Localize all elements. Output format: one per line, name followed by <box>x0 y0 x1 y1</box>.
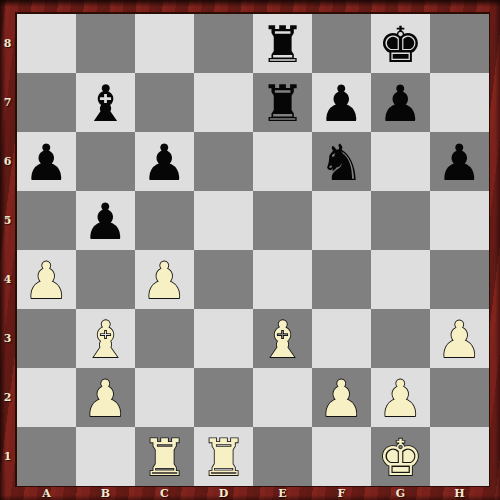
black-king-g8[interactable]: ♚ <box>378 20 423 70</box>
black-knight-f6[interactable]: ♞ <box>319 138 364 188</box>
square-g4[interactable] <box>371 250 430 309</box>
file-label-h: H <box>430 486 489 500</box>
white-bishop-b3[interactable]: ♝ <box>83 315 128 365</box>
square-g8[interactable]: ♚ <box>371 14 430 73</box>
square-b6[interactable] <box>76 132 135 191</box>
white-pawn-g2[interactable]: ♟ <box>378 374 423 424</box>
square-h6[interactable]: ♟ <box>430 132 489 191</box>
rank-label-7: 7 <box>0 73 15 132</box>
square-f1[interactable] <box>312 427 371 486</box>
square-a5[interactable] <box>17 191 76 250</box>
black-pawn-b5[interactable]: ♟ <box>83 197 128 247</box>
square-g1[interactable]: ♚ <box>371 427 430 486</box>
black-pawn-a6[interactable]: ♟ <box>24 138 69 188</box>
square-c5[interactable] <box>135 191 194 250</box>
file-label-b: B <box>76 486 135 500</box>
square-b2[interactable]: ♟ <box>76 368 135 427</box>
square-a8[interactable] <box>17 14 76 73</box>
black-bishop-b7[interactable]: ♝ <box>83 79 128 129</box>
square-c4[interactable]: ♟ <box>135 250 194 309</box>
square-e6[interactable] <box>253 132 312 191</box>
white-rook-d1[interactable]: ♜ <box>201 433 246 483</box>
square-d1[interactable]: ♜ <box>194 427 253 486</box>
rank-label-2: 2 <box>0 368 15 427</box>
square-f6[interactable]: ♞ <box>312 132 371 191</box>
square-e4[interactable] <box>253 250 312 309</box>
square-e5[interactable] <box>253 191 312 250</box>
rank-label-5: 5 <box>0 191 15 250</box>
square-a2[interactable] <box>17 368 76 427</box>
square-h2[interactable] <box>430 368 489 427</box>
square-e3[interactable]: ♝ <box>253 309 312 368</box>
square-a1[interactable] <box>17 427 76 486</box>
board-border: ♜♚♝♜♟♟♟♟♞♟♟♟♟♝♝♟♟♟♟♜♜♚ <box>15 12 490 487</box>
square-d5[interactable] <box>194 191 253 250</box>
square-d7[interactable] <box>194 73 253 132</box>
square-d2[interactable] <box>194 368 253 427</box>
square-h1[interactable] <box>430 427 489 486</box>
square-d6[interactable] <box>194 132 253 191</box>
rank-label-8: 8 <box>0 14 15 73</box>
square-b3[interactable]: ♝ <box>76 309 135 368</box>
square-c6[interactable]: ♟ <box>135 132 194 191</box>
square-h4[interactable] <box>430 250 489 309</box>
rank-label-3: 3 <box>0 309 15 368</box>
black-rook-e8[interactable]: ♜ <box>260 20 305 70</box>
rank-label-4: 4 <box>0 250 15 309</box>
square-h5[interactable] <box>430 191 489 250</box>
square-b7[interactable]: ♝ <box>76 73 135 132</box>
square-e8[interactable]: ♜ <box>253 14 312 73</box>
square-a7[interactable] <box>17 73 76 132</box>
square-f5[interactable] <box>312 191 371 250</box>
white-king-g1[interactable]: ♚ <box>378 433 423 483</box>
white-pawn-a4[interactable]: ♟ <box>24 256 69 306</box>
square-b1[interactable] <box>76 427 135 486</box>
rank-label-1: 1 <box>0 427 15 486</box>
square-d4[interactable] <box>194 250 253 309</box>
square-c3[interactable] <box>135 309 194 368</box>
square-g2[interactable]: ♟ <box>371 368 430 427</box>
rank-labels: 87654321 <box>0 14 15 486</box>
square-g7[interactable]: ♟ <box>371 73 430 132</box>
square-c2[interactable] <box>135 368 194 427</box>
white-rook-c1[interactable]: ♜ <box>142 433 187 483</box>
white-bishop-e3[interactable]: ♝ <box>260 315 305 365</box>
square-g6[interactable] <box>371 132 430 191</box>
square-d8[interactable] <box>194 14 253 73</box>
file-labels: ABCDEFGH <box>17 486 489 500</box>
square-f7[interactable]: ♟ <box>312 73 371 132</box>
square-e7[interactable]: ♜ <box>253 73 312 132</box>
square-f2[interactable]: ♟ <box>312 368 371 427</box>
black-rook-e7[interactable]: ♜ <box>260 79 305 129</box>
square-f3[interactable] <box>312 309 371 368</box>
square-c8[interactable] <box>135 14 194 73</box>
rank-label-6: 6 <box>0 132 15 191</box>
square-g3[interactable] <box>371 309 430 368</box>
square-e2[interactable] <box>253 368 312 427</box>
square-d3[interactable] <box>194 309 253 368</box>
square-a4[interactable]: ♟ <box>17 250 76 309</box>
file-label-a: A <box>17 486 76 500</box>
black-pawn-f7[interactable]: ♟ <box>319 79 364 129</box>
chessboard-frame: 87654321 ABCDEFGH ♜♚♝♜♟♟♟♟♞♟♟♟♟♝♝♟♟♟♟♜♜♚ <box>0 0 500 500</box>
square-a6[interactable]: ♟ <box>17 132 76 191</box>
square-h8[interactable] <box>430 14 489 73</box>
white-pawn-f2[interactable]: ♟ <box>319 374 364 424</box>
square-a3[interactable] <box>17 309 76 368</box>
square-c7[interactable] <box>135 73 194 132</box>
square-b5[interactable]: ♟ <box>76 191 135 250</box>
square-g5[interactable] <box>371 191 430 250</box>
white-pawn-c4[interactable]: ♟ <box>142 256 187 306</box>
file-label-f: F <box>312 486 371 500</box>
file-label-d: D <box>194 486 253 500</box>
square-f4[interactable] <box>312 250 371 309</box>
file-label-c: C <box>135 486 194 500</box>
square-e1[interactable] <box>253 427 312 486</box>
black-pawn-c6[interactable]: ♟ <box>142 138 187 188</box>
white-pawn-h3[interactable]: ♟ <box>437 315 482 365</box>
file-label-g: G <box>371 486 430 500</box>
file-label-e: E <box>253 486 312 500</box>
board: ♜♚♝♜♟♟♟♟♞♟♟♟♟♝♝♟♟♟♟♜♜♚ <box>17 14 489 486</box>
square-h3[interactable]: ♟ <box>430 309 489 368</box>
white-pawn-b2[interactable]: ♟ <box>83 374 128 424</box>
black-pawn-h6[interactable]: ♟ <box>437 138 482 188</box>
square-c1[interactable]: ♜ <box>135 427 194 486</box>
square-b8[interactable] <box>76 14 135 73</box>
square-f8[interactable] <box>312 14 371 73</box>
square-b4[interactable] <box>76 250 135 309</box>
black-pawn-g7[interactable]: ♟ <box>378 79 423 129</box>
square-h7[interactable] <box>430 73 489 132</box>
